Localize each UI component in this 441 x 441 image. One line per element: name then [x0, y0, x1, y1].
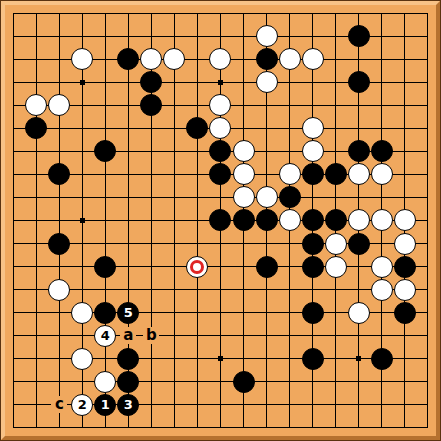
red-circle-marker — [190, 260, 204, 274]
letter-annotation-a: a — [120, 327, 136, 344]
letter-annotation-b: b — [143, 327, 159, 344]
letter-annotation-c: c — [51, 396, 67, 413]
move-number-1: 1 — [94, 394, 116, 416]
move-number-3: 3 — [117, 394, 139, 416]
annotations-layer: 12345abc — [0, 0, 441, 441]
move-number-2: 2 — [71, 394, 93, 416]
go-board[interactable]: 12345abc — [0, 0, 441, 441]
move-number-4: 4 — [94, 325, 116, 347]
move-number-5: 5 — [117, 302, 139, 324]
